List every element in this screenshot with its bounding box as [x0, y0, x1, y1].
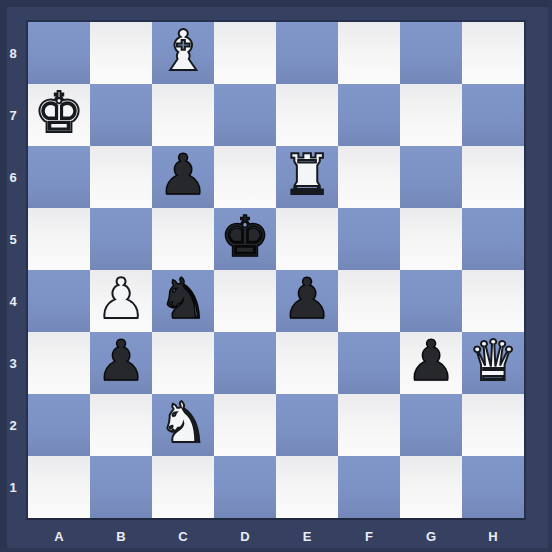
square-a7[interactable]: ♚ [28, 84, 90, 146]
rank-label-3: 3 [0, 332, 26, 394]
square-e5[interactable] [276, 208, 338, 270]
square-f6[interactable] [338, 146, 400, 208]
file-label-d: D [214, 524, 276, 548]
square-b2[interactable] [90, 394, 152, 456]
square-a8[interactable] [28, 22, 90, 84]
white-pawn[interactable]: ♟ [96, 268, 146, 330]
page-background: 87654321 ♝♚♟♜♚♟♞♟♟♟♛♞ ABCDEFGH [0, 0, 552, 552]
square-c5[interactable] [152, 208, 214, 270]
black-pawn[interactable]: ♟ [158, 144, 208, 206]
square-d7[interactable] [214, 84, 276, 146]
square-f3[interactable] [338, 332, 400, 394]
square-g2[interactable] [400, 394, 462, 456]
frame-edge-bottom [0, 548, 552, 552]
board-border: ♝♚♟♜♚♟♞♟♟♟♛♞ [26, 20, 526, 520]
rank-label-1: 1 [0, 456, 26, 518]
square-h5[interactable] [462, 208, 524, 270]
square-g8[interactable] [400, 22, 462, 84]
square-h3[interactable]: ♛ [462, 332, 524, 394]
black-pawn[interactable]: ♟ [406, 330, 456, 392]
square-d3[interactable] [214, 332, 276, 394]
square-b5[interactable] [90, 208, 152, 270]
square-g5[interactable] [400, 208, 462, 270]
square-a4[interactable] [28, 270, 90, 332]
square-e4[interactable]: ♟ [276, 270, 338, 332]
square-a2[interactable] [28, 394, 90, 456]
square-g6[interactable] [400, 146, 462, 208]
black-pawn[interactable]: ♟ [96, 330, 146, 392]
rank-label-7: 7 [0, 84, 26, 146]
square-b3[interactable]: ♟ [90, 332, 152, 394]
square-h8[interactable] [462, 22, 524, 84]
frame-edge-right [548, 0, 552, 552]
square-c7[interactable] [152, 84, 214, 146]
square-f1[interactable] [338, 456, 400, 518]
square-c6[interactable]: ♟ [152, 146, 214, 208]
square-g4[interactable] [400, 270, 462, 332]
square-d5[interactable]: ♚ [214, 208, 276, 270]
white-knight[interactable]: ♞ [158, 392, 208, 454]
rank-label-8: 8 [0, 22, 26, 84]
square-h7[interactable] [462, 84, 524, 146]
square-d6[interactable] [214, 146, 276, 208]
square-h1[interactable] [462, 456, 524, 518]
square-d2[interactable] [214, 394, 276, 456]
square-a3[interactable] [28, 332, 90, 394]
black-pawn[interactable]: ♟ [282, 268, 332, 330]
rank-label-2: 2 [0, 394, 26, 456]
square-e3[interactable] [276, 332, 338, 394]
square-e7[interactable] [276, 84, 338, 146]
black-king[interactable]: ♚ [220, 206, 270, 268]
file-label-f: F [338, 524, 400, 548]
square-a6[interactable] [28, 146, 90, 208]
square-d4[interactable] [214, 270, 276, 332]
white-king[interactable]: ♚ [34, 82, 84, 144]
square-d1[interactable] [214, 456, 276, 518]
square-c4[interactable]: ♞ [152, 270, 214, 332]
square-c2[interactable]: ♞ [152, 394, 214, 456]
square-e2[interactable] [276, 394, 338, 456]
square-g3[interactable]: ♟ [400, 332, 462, 394]
file-label-b: B [90, 524, 152, 548]
square-a1[interactable] [28, 456, 90, 518]
square-f4[interactable] [338, 270, 400, 332]
square-b1[interactable] [90, 456, 152, 518]
square-b4[interactable]: ♟ [90, 270, 152, 332]
square-g1[interactable] [400, 456, 462, 518]
square-h4[interactable] [462, 270, 524, 332]
square-c3[interactable] [152, 332, 214, 394]
square-h2[interactable] [462, 394, 524, 456]
square-g7[interactable] [400, 84, 462, 146]
square-b7[interactable] [90, 84, 152, 146]
square-b8[interactable] [90, 22, 152, 84]
frame-edge-top [0, 0, 552, 7]
file-label-h: H [462, 524, 524, 548]
square-f5[interactable] [338, 208, 400, 270]
square-f7[interactable] [338, 84, 400, 146]
white-rook[interactable]: ♜ [282, 144, 332, 206]
square-a5[interactable] [28, 208, 90, 270]
white-bishop[interactable]: ♝ [158, 20, 208, 82]
rank-label-6: 6 [0, 146, 26, 208]
square-f2[interactable] [338, 394, 400, 456]
white-queen[interactable]: ♛ [468, 330, 518, 392]
square-d8[interactable] [214, 22, 276, 84]
rank-labels: 87654321 [0, 22, 26, 518]
file-label-c: C [152, 524, 214, 548]
chess-board: ♝♚♟♜♚♟♞♟♟♟♛♞ [28, 22, 524, 518]
square-b6[interactable] [90, 146, 152, 208]
rank-label-5: 5 [0, 208, 26, 270]
file-label-a: A [28, 524, 90, 548]
square-f8[interactable] [338, 22, 400, 84]
square-c1[interactable] [152, 456, 214, 518]
file-labels: ABCDEFGH [28, 524, 524, 548]
file-label-e: E [276, 524, 338, 548]
square-c8[interactable]: ♝ [152, 22, 214, 84]
black-knight[interactable]: ♞ [158, 268, 208, 330]
square-e6[interactable]: ♜ [276, 146, 338, 208]
square-e8[interactable] [276, 22, 338, 84]
rank-label-4: 4 [0, 270, 26, 332]
file-label-g: G [400, 524, 462, 548]
square-h6[interactable] [462, 146, 524, 208]
square-e1[interactable] [276, 456, 338, 518]
